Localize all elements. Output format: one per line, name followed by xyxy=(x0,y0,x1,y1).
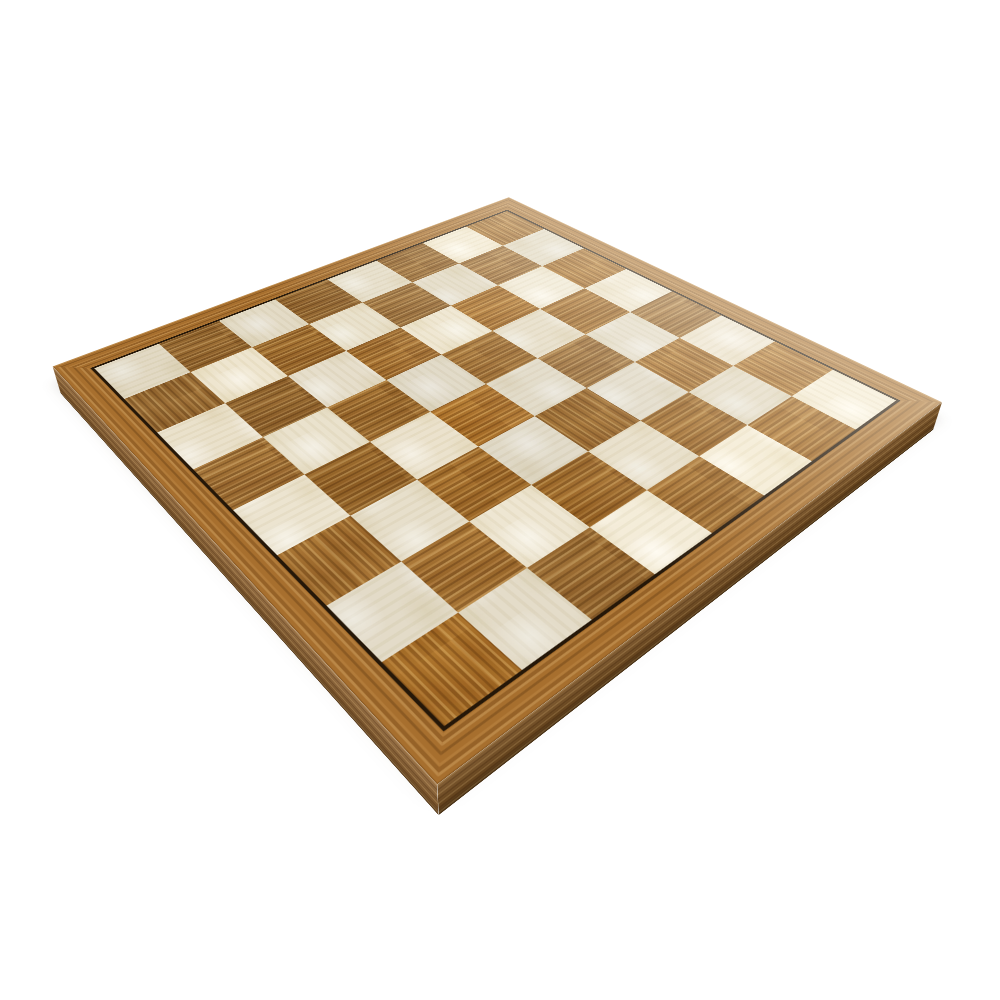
board-square xyxy=(263,407,370,474)
board-square xyxy=(640,392,747,456)
board-square xyxy=(458,568,592,670)
board-square xyxy=(469,485,590,568)
board-square xyxy=(699,425,812,496)
board-square xyxy=(531,451,647,527)
board-square xyxy=(327,380,430,442)
playing-field xyxy=(94,211,896,726)
board-square xyxy=(350,480,469,562)
board-square xyxy=(326,562,458,663)
product-photo xyxy=(0,0,1000,1000)
board-square xyxy=(370,412,478,480)
board-square xyxy=(478,416,588,485)
board-square xyxy=(157,403,263,469)
board-square xyxy=(527,527,655,620)
board-square xyxy=(747,396,855,461)
board-square xyxy=(417,447,531,522)
board-square xyxy=(193,437,304,510)
chessboard-scene xyxy=(171,69,801,699)
board-square xyxy=(225,376,327,437)
board-square xyxy=(382,613,522,726)
board-square xyxy=(590,490,712,574)
board-square xyxy=(304,442,417,516)
chessboard xyxy=(53,197,942,785)
board-square xyxy=(535,388,641,451)
board-square xyxy=(233,475,350,556)
board-square xyxy=(277,516,401,606)
board-square xyxy=(430,384,534,447)
board-square xyxy=(588,421,699,491)
board-square xyxy=(401,521,527,612)
board-square xyxy=(647,456,764,533)
board-top-surface xyxy=(53,197,942,785)
